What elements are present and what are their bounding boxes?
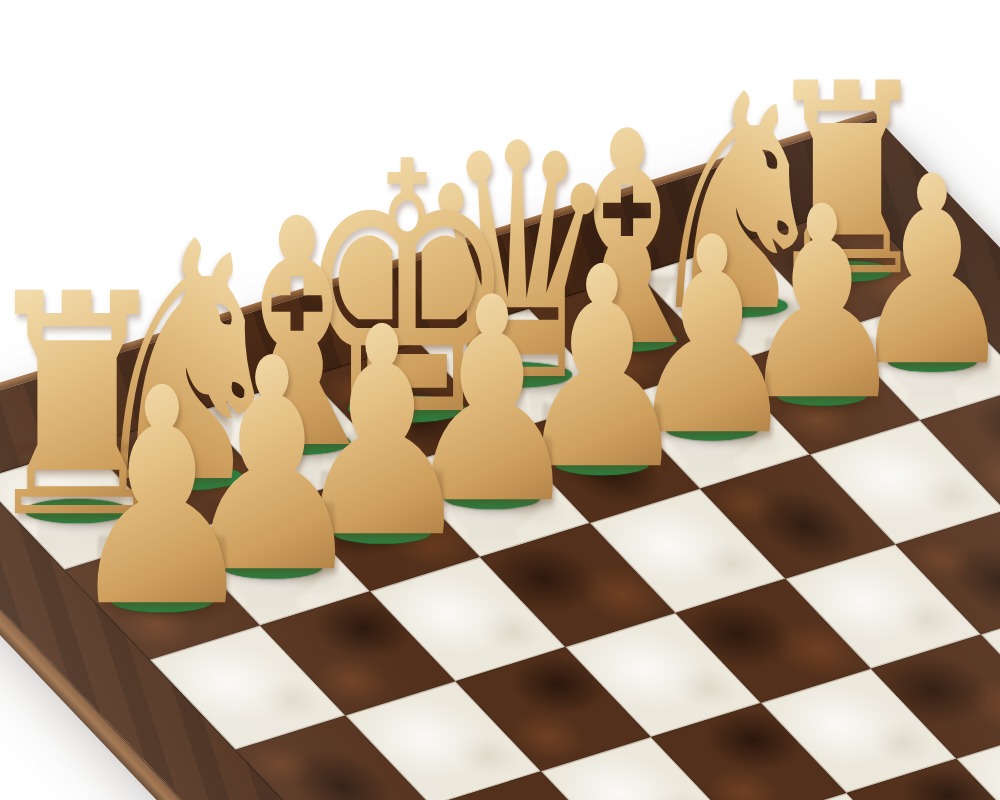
product-photo-scene: ♜♜♞♞♝♝♛♛♚♚♝♝♞♞♜♜♟♟♟♟♟♟♟♟♟♟♟♟♟♟♟♟ — [0, 0, 1000, 800]
piece-white-pawn-h2: ♟ — [66, 349, 259, 648]
pieces-layer: ♜♜♞♞♝♝♛♛♚♚♝♝♞♞♜♜♟♟♟♟♟♟♟♟♟♟♟♟♟♟♟♟ — [0, 0, 1000, 800]
